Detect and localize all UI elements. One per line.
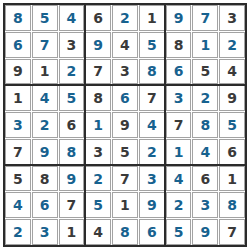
- entered-digit: 2: [93, 172, 103, 186]
- cell-r4c2[interactable]: 4: [32, 85, 58, 111]
- entered-digit: 6: [174, 64, 184, 78]
- cell-r8c9[interactable]: 8: [219, 192, 245, 218]
- cell-r4c8[interactable]: 2: [192, 85, 218, 111]
- cell-r1c3[interactable]: 4: [59, 5, 85, 31]
- cell-r8c7[interactable]: 2: [166, 192, 192, 218]
- cell-r3c5[interactable]: 3: [112, 59, 138, 85]
- entered-digit: 2: [67, 64, 77, 78]
- cell-r1c8[interactable]: 7: [192, 5, 218, 31]
- cell-r7c1[interactable]: 5: [5, 166, 31, 192]
- cell-r3c6[interactable]: 8: [139, 59, 165, 85]
- cell-r9c6[interactable]: 6: [139, 219, 165, 245]
- sudoku-board: 8546219736739458129127386541458673293261…: [3, 3, 247, 247]
- cell-r2c9[interactable]: 2: [219, 32, 245, 58]
- entered-digit: 9: [93, 38, 103, 52]
- given-digit: 1: [67, 225, 77, 239]
- cell-r9c2[interactable]: 3: [32, 219, 58, 245]
- cell-r9c8[interactable]: 9: [192, 219, 218, 245]
- entered-digit: 1: [200, 38, 210, 52]
- cell-r5c3[interactable]: 6: [59, 112, 85, 138]
- entered-digit: 4: [174, 172, 184, 186]
- cell-r2c7[interactable]: 8: [166, 32, 192, 58]
- entered-digit: 7: [40, 38, 50, 52]
- cell-r4c3[interactable]: 5: [59, 85, 85, 111]
- entered-digit: 2: [40, 118, 50, 132]
- cell-r3c4[interactable]: 7: [85, 59, 111, 85]
- sudoku-cell-grid: 8546219736739458129127386541458673293261…: [5, 5, 245, 245]
- given-digit: 4: [227, 64, 237, 78]
- entered-digit: 9: [67, 172, 77, 186]
- cell-r5c4[interactable]: 1: [85, 112, 111, 138]
- cell-r2c3[interactable]: 3: [59, 32, 85, 58]
- cell-r4c1[interactable]: 1: [5, 85, 31, 111]
- given-digit: 7: [67, 198, 77, 212]
- given-digit: 6: [93, 11, 103, 25]
- entered-digit: 3: [40, 225, 50, 239]
- cell-r6c8[interactable]: 4: [192, 139, 218, 165]
- cell-r5c2[interactable]: 2: [32, 112, 58, 138]
- cell-r7c7[interactable]: 4: [166, 166, 192, 192]
- cell-r2c6[interactable]: 5: [139, 32, 165, 58]
- entered-digit: 3: [13, 118, 23, 132]
- cell-r7c5[interactable]: 7: [112, 166, 138, 192]
- entered-digit: 3: [147, 172, 157, 186]
- entered-digit: 2: [200, 91, 210, 105]
- cell-r2c8[interactable]: 1: [192, 32, 218, 58]
- cell-r5c5[interactable]: 9: [112, 112, 138, 138]
- entered-digit: 8: [147, 64, 157, 78]
- entered-digit: 6: [13, 38, 23, 52]
- cell-r9c5[interactable]: 8: [112, 219, 138, 245]
- cell-r7c8[interactable]: 6: [192, 166, 218, 192]
- cell-r1c9[interactable]: 3: [219, 5, 245, 31]
- cell-r8c8[interactable]: 3: [192, 192, 218, 218]
- cell-r6c1[interactable]: 7: [5, 139, 31, 165]
- given-digit: 7: [13, 145, 23, 159]
- cell-r8c6[interactable]: 9: [139, 192, 165, 218]
- cell-r8c3[interactable]: 7: [59, 192, 85, 218]
- cell-r6c4[interactable]: 3: [85, 139, 111, 165]
- entered-digit: 5: [93, 198, 103, 212]
- given-digit: 7: [147, 91, 157, 105]
- cell-r6c2[interactable]: 9: [32, 139, 58, 165]
- entered-digit: 2: [174, 198, 184, 212]
- cell-r9c1[interactable]: 2: [5, 219, 31, 245]
- given-digit: 5: [13, 172, 23, 186]
- given-digit: 4: [93, 225, 103, 239]
- cell-r5c7[interactable]: 7: [166, 112, 192, 138]
- entered-digit: 2: [227, 38, 237, 52]
- entered-digit: 6: [120, 91, 130, 105]
- given-digit: 1: [147, 11, 157, 25]
- cell-r8c4[interactable]: 5: [85, 192, 111, 218]
- given-digit: 1: [227, 172, 237, 186]
- entered-digit: 5: [40, 11, 50, 25]
- given-digit: 3: [67, 38, 77, 52]
- entered-digit: 8: [13, 11, 23, 25]
- cell-r6c3[interactable]: 8: [59, 139, 85, 165]
- entered-digit: 3: [200, 198, 210, 212]
- given-digit: 9: [227, 91, 237, 105]
- cell-r3c9[interactable]: 4: [219, 59, 245, 85]
- entered-digit: 6: [147, 225, 157, 239]
- cell-r1c2[interactable]: 5: [32, 5, 58, 31]
- entered-digit: 5: [174, 225, 184, 239]
- cell-r6c6[interactable]: 2: [139, 139, 165, 165]
- entered-digit: 8: [120, 225, 130, 239]
- given-digit: 3: [120, 64, 130, 78]
- cell-r4c7[interactable]: 3: [166, 85, 192, 111]
- cell-r8c2[interactable]: 6: [32, 192, 58, 218]
- cell-r9c3[interactable]: 1: [59, 219, 85, 245]
- entered-digit: 1: [174, 145, 184, 159]
- cell-r4c5[interactable]: 6: [112, 85, 138, 111]
- cell-r3c2[interactable]: 1: [32, 59, 58, 85]
- given-digit: 6: [200, 172, 210, 186]
- cell-r8c1[interactable]: 4: [5, 192, 31, 218]
- given-digit: 9: [120, 118, 130, 132]
- cell-r5c8[interactable]: 8: [192, 112, 218, 138]
- given-digit: 1: [13, 91, 23, 105]
- entered-digit: 1: [93, 118, 103, 132]
- cell-r4c6[interactable]: 7: [139, 85, 165, 111]
- entered-digit: 4: [147, 118, 157, 132]
- cell-r6c5[interactable]: 5: [112, 139, 138, 165]
- entered-digit: 3: [174, 91, 184, 105]
- cell-r3c1[interactable]: 9: [5, 59, 31, 85]
- entered-digit: 8: [227, 198, 237, 212]
- cell-r2c2[interactable]: 7: [32, 32, 58, 58]
- cell-r5c9[interactable]: 5: [219, 112, 245, 138]
- cell-r6c7[interactable]: 1: [166, 139, 192, 165]
- cell-r7c6[interactable]: 3: [139, 166, 165, 192]
- entered-digit: 8: [200, 118, 210, 132]
- given-digit: 1: [120, 198, 130, 212]
- given-digit: 6: [227, 145, 237, 159]
- cell-r7c9[interactable]: 1: [219, 166, 245, 192]
- cell-r9c9[interactable]: 7: [219, 219, 245, 245]
- given-digit: 5: [120, 145, 130, 159]
- given-digit: 7: [93, 64, 103, 78]
- entered-digit: 5: [67, 91, 77, 105]
- entered-digit: 7: [200, 11, 210, 25]
- cell-r7c3[interactable]: 9: [59, 166, 85, 192]
- cell-r2c5[interactable]: 4: [112, 32, 138, 58]
- entered-digit: 9: [147, 198, 157, 212]
- entered-digit: 4: [67, 11, 77, 25]
- entered-digit: 5: [147, 38, 157, 52]
- entered-digit: 6: [40, 198, 50, 212]
- given-digit: 6: [67, 118, 77, 132]
- given-digit: 8: [40, 172, 50, 186]
- given-digit: 7: [174, 118, 184, 132]
- cell-r7c2[interactable]: 8: [32, 166, 58, 192]
- entered-digit: 9: [174, 11, 184, 25]
- cell-r1c4[interactable]: 6: [85, 5, 111, 31]
- cell-r4c9[interactable]: 9: [219, 85, 245, 111]
- given-digit: 9: [13, 64, 23, 78]
- cell-r3c8[interactable]: 5: [192, 59, 218, 85]
- cell-r9c7[interactable]: 5: [166, 219, 192, 245]
- cell-r5c6[interactable]: 4: [139, 112, 165, 138]
- given-digit: 8: [174, 38, 184, 52]
- given-digit: 1: [40, 64, 50, 78]
- given-digit: 7: [227, 225, 237, 239]
- given-digit: 4: [120, 38, 130, 52]
- entered-digit: 9: [200, 225, 210, 239]
- entered-digit: 4: [13, 198, 23, 212]
- cell-r1c6[interactable]: 1: [139, 5, 165, 31]
- entered-digit: 8: [67, 145, 77, 159]
- cell-r1c5[interactable]: 2: [112, 5, 138, 31]
- cell-r5c1[interactable]: 3: [5, 112, 31, 138]
- given-digit: 3: [93, 145, 103, 159]
- given-digit: 3: [227, 11, 237, 25]
- entered-digit: 9: [40, 145, 50, 159]
- cell-r1c7[interactable]: 9: [166, 5, 192, 31]
- entered-digit: 2: [120, 11, 130, 25]
- cell-r8c5[interactable]: 1: [112, 192, 138, 218]
- entered-digit: 5: [227, 118, 237, 132]
- cell-r2c1[interactable]: 6: [5, 32, 31, 58]
- cell-r9c4[interactable]: 4: [85, 219, 111, 245]
- cell-r7c4[interactable]: 2: [85, 166, 111, 192]
- cell-r1c1[interactable]: 8: [5, 5, 31, 31]
- given-digit: 5: [200, 64, 210, 78]
- given-digit: 7: [120, 172, 130, 186]
- cell-r6c9[interactable]: 6: [219, 139, 245, 165]
- cell-r3c3[interactable]: 2: [59, 59, 85, 85]
- entered-digit: 4: [200, 145, 210, 159]
- cell-r4c4[interactable]: 8: [85, 85, 111, 111]
- cell-r3c7[interactable]: 6: [166, 59, 192, 85]
- entered-digit: 4: [40, 91, 50, 105]
- given-digit: 8: [93, 91, 103, 105]
- entered-digit: 2: [147, 145, 157, 159]
- entered-digit: 2: [13, 225, 23, 239]
- cell-r2c4[interactable]: 9: [85, 32, 111, 58]
